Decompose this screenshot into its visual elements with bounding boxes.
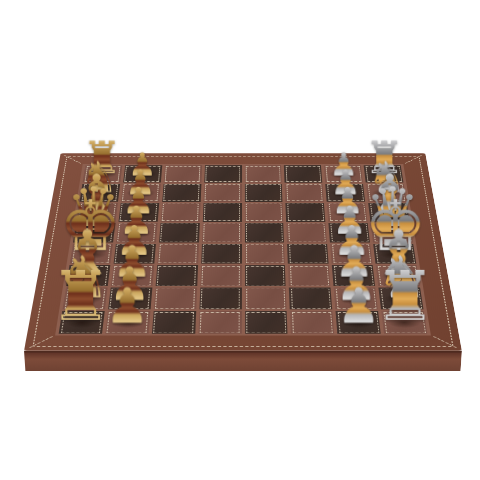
square-h1: ♜ (59, 311, 105, 334)
square-g3 (154, 288, 197, 310)
square-e5 (245, 244, 286, 264)
square-h6 (290, 311, 334, 334)
square-e3 (157, 244, 198, 264)
square-e6 (287, 244, 328, 264)
product-photo-scene: ♜♟♟♜♞♟♟♞♝♟♟♝♛♟♟♛♚♟♟♚♝♟♟♝♞♟♟♞♜♟♟♜ (0, 0, 480, 480)
piece-white-pawn: ♟ (105, 282, 149, 331)
square-h4 (198, 311, 241, 334)
square-h8: ♜ (381, 311, 427, 334)
square-h3 (152, 311, 196, 334)
square-h2: ♟ (105, 311, 150, 334)
square-g5 (245, 288, 287, 310)
corner-miter-stitch (29, 336, 52, 348)
square-g6 (289, 288, 332, 310)
corner-miter-stitch (433, 336, 456, 348)
square-h5 (245, 311, 288, 334)
square-g4 (199, 288, 241, 310)
piece-white-rook: ♜ (50, 262, 111, 330)
piece-black-rook: ♜ (375, 262, 436, 330)
square-e4 (201, 244, 242, 264)
board-front-edge (24, 351, 462, 371)
chessboard: ♜♟♟♜♞♟♟♞♝♟♟♝♛♟♟♛♚♟♟♚♝♟♟♝♞♟♟♞♜♟♟♜ (24, 153, 462, 351)
